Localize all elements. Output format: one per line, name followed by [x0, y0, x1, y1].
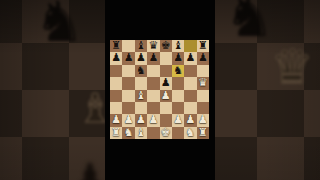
square-b8[interactable]: [122, 40, 134, 52]
white-pawn: ♟: [111, 114, 121, 126]
square-g1[interactable]: ♞: [184, 127, 196, 139]
square-e4[interactable]: ♟: [160, 90, 172, 102]
chess-board: ♜♝♛♚♝♜♟♟♟♟♟♟♟♞♞♟♛♝♟♟♟♟♟♟♟♟♜♞♝♚♞♜: [110, 40, 209, 139]
white-pawn: ♟: [124, 114, 134, 126]
square-a4[interactable]: [110, 90, 122, 102]
square-d2[interactable]: ♟: [147, 114, 159, 126]
square-e6[interactable]: [160, 65, 172, 77]
square-a3[interactable]: [110, 102, 122, 114]
white-pawn: ♟: [148, 114, 158, 126]
square-e2[interactable]: [160, 114, 172, 126]
video-content-strip: ♜♝♛♚♝♜♟♟♟♟♟♟♟♞♞♟♛♝♟♟♟♟♟♟♟♟♜♞♝♚♞♜: [105, 0, 215, 180]
black-knight: ♞: [136, 65, 146, 77]
square-d7[interactable]: ♟: [147, 52, 159, 64]
black-pawn: ♟: [124, 52, 134, 64]
black-pawn: ♟: [198, 52, 208, 64]
black-bishop: ♝: [136, 40, 146, 52]
square-h1[interactable]: ♜: [197, 127, 209, 139]
square-c2[interactable]: ♟: [135, 114, 147, 126]
square-d4[interactable]: [147, 90, 159, 102]
black-king: ♚: [161, 40, 171, 52]
black-knight: ♞: [173, 65, 183, 77]
square-d1[interactable]: [147, 127, 159, 139]
square-b3[interactable]: [122, 102, 134, 114]
square-d8[interactable]: ♛: [147, 40, 159, 52]
black-bishop: ♝: [173, 40, 183, 52]
square-b5[interactable]: [122, 77, 134, 89]
square-b1[interactable]: ♞: [122, 127, 134, 139]
square-f3[interactable]: [172, 102, 184, 114]
square-e1[interactable]: ♚: [160, 127, 172, 139]
square-a2[interactable]: ♟: [110, 114, 122, 126]
black-queen: ♛: [148, 40, 158, 52]
background-black-pawn-icon: ♟: [72, 158, 108, 180]
square-h8[interactable]: ♜: [197, 40, 209, 52]
square-g4[interactable]: [184, 90, 196, 102]
square-a5[interactable]: [110, 77, 122, 89]
white-pawn: ♟: [186, 114, 196, 126]
white-pawn: ♟: [198, 114, 208, 126]
square-b2[interactable]: ♟: [122, 114, 134, 126]
black-pawn: ♟: [148, 52, 158, 64]
black-pawn: ♟: [111, 52, 121, 64]
square-e5[interactable]: ♟: [160, 77, 172, 89]
white-rook: ♜: [111, 127, 121, 139]
square-h4[interactable]: [197, 90, 209, 102]
black-pawn: ♟: [161, 77, 171, 89]
square-e3[interactable]: [160, 102, 172, 114]
background-black-knight-icon: ♞: [34, 0, 84, 50]
square-h7[interactable]: ♟: [197, 52, 209, 64]
black-pawn: ♟: [173, 52, 183, 64]
square-f8[interactable]: ♝: [172, 40, 184, 52]
white-pawn: ♟: [161, 90, 171, 102]
square-f4[interactable]: [172, 90, 184, 102]
square-d3[interactable]: [147, 102, 159, 114]
square-c8[interactable]: ♝: [135, 40, 147, 52]
white-rook: ♜: [198, 127, 208, 139]
square-f7[interactable]: ♟: [172, 52, 184, 64]
white-king: ♚: [161, 127, 171, 139]
square-h5[interactable]: ♛: [197, 77, 209, 89]
video-frame: ♞ ♞ ♝ ♛ ♟ ♜♝♛♚♝♜♟♟♟♟♟♟♟♞♞♟♛♝♟♟♟♟♟♟♟♟♜♞♝♚…: [0, 0, 320, 180]
square-f6[interactable]: ♞: [172, 65, 184, 77]
square-g6[interactable]: [184, 65, 196, 77]
square-c5[interactable]: [135, 77, 147, 89]
square-h2[interactable]: ♟: [197, 114, 209, 126]
white-pawn: ♟: [136, 114, 146, 126]
white-queen: ♛: [198, 77, 208, 89]
white-pawn: ♟: [173, 114, 183, 126]
square-c7[interactable]: ♟: [135, 52, 147, 64]
square-e8[interactable]: ♚: [160, 40, 172, 52]
white-bishop: ♝: [136, 90, 146, 102]
square-d6[interactable]: [147, 65, 159, 77]
black-rook: ♜: [198, 40, 208, 52]
square-c4[interactable]: ♝: [135, 90, 147, 102]
white-knight: ♞: [124, 127, 134, 139]
square-a7[interactable]: ♟: [110, 52, 122, 64]
square-c6[interactable]: ♞: [135, 65, 147, 77]
square-g3[interactable]: [184, 102, 196, 114]
square-b6[interactable]: [122, 65, 134, 77]
square-a8[interactable]: ♜: [110, 40, 122, 52]
background-black-knight-icon: ♞: [224, 0, 274, 45]
background-white-queen-icon: ♛: [271, 43, 313, 90]
square-h6[interactable]: [197, 65, 209, 77]
square-g2[interactable]: ♟: [184, 114, 196, 126]
square-g7[interactable]: ♟: [184, 52, 196, 64]
black-rook: ♜: [111, 40, 121, 52]
square-c3[interactable]: [135, 102, 147, 114]
square-c1[interactable]: ♝: [135, 127, 147, 139]
white-knight: ♞: [186, 127, 196, 139]
square-g8[interactable]: [184, 40, 196, 52]
black-pawn: ♟: [186, 52, 196, 64]
square-f1[interactable]: [172, 127, 184, 139]
square-b7[interactable]: ♟: [122, 52, 134, 64]
square-g5[interactable]: [184, 77, 196, 89]
square-f2[interactable]: ♟: [172, 114, 184, 126]
square-f5[interactable]: [172, 77, 184, 89]
square-h3[interactable]: [197, 102, 209, 114]
black-pawn: ♟: [136, 52, 146, 64]
white-bishop: ♝: [136, 127, 146, 139]
square-a1[interactable]: ♜: [110, 127, 122, 139]
square-d5[interactable]: [147, 77, 159, 89]
square-e7[interactable]: [160, 52, 172, 64]
square-b4[interactable]: [122, 90, 134, 102]
square-a6[interactable]: [110, 65, 122, 77]
